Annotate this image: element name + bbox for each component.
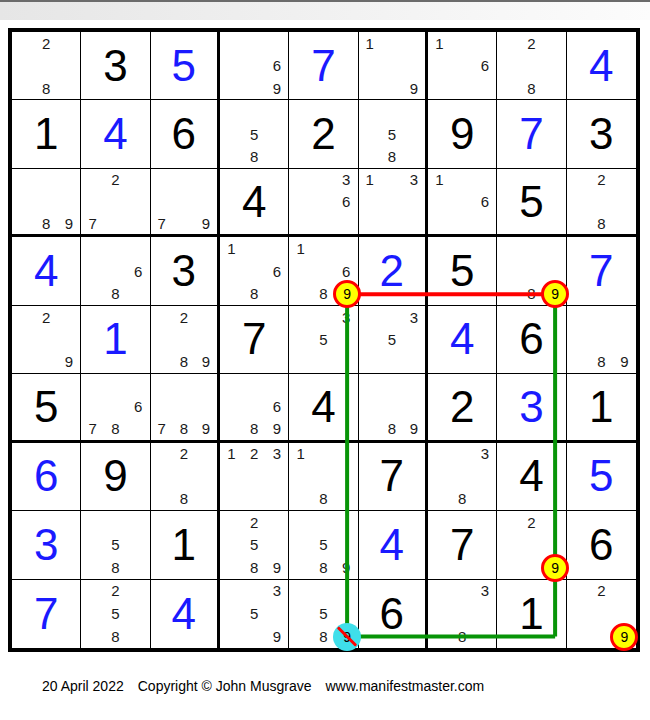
candidate-slot-5	[173, 396, 195, 418]
cell-r2c6[interactable]: 58	[359, 100, 428, 168]
cell-r6c4[interactable]: 689	[220, 374, 289, 442]
candidate-slot-1	[567, 306, 590, 328]
cell-r3c1[interactable]: 89	[12, 169, 81, 237]
cell-r8c1[interactable]: 3	[12, 511, 81, 579]
cell-r6c1[interactable]: 5	[12, 374, 81, 442]
candidate-slot-7: 7	[81, 213, 104, 235]
candidate-slot-3	[127, 237, 150, 259]
candidate-slot-5	[35, 54, 58, 76]
given-digit: 4	[519, 454, 543, 498]
candidate-slot-6	[543, 260, 566, 282]
candidate-slot-8	[520, 556, 543, 578]
candidate-slot-8	[381, 213, 403, 235]
candidate-slot-6: 6	[335, 191, 358, 213]
pencil-grid: 258	[81, 580, 149, 648]
candidate-slot-9	[474, 625, 497, 648]
cell-r7c1[interactable]: 6	[12, 443, 81, 511]
candidate-slot-3	[195, 169, 217, 191]
candidate-slot-3	[127, 511, 150, 533]
candidate-slot-2	[173, 169, 195, 191]
candidate-slot-1	[428, 443, 451, 465]
pencil-grid: 789	[151, 374, 217, 439]
solved-digit: 4	[380, 523, 404, 567]
candidate-slot-7	[12, 77, 35, 99]
cell-r5c5[interactable]: 35	[289, 306, 358, 374]
cell-r5c1[interactable]: 29	[12, 306, 81, 374]
cell-r4c7[interactable]: 5	[428, 237, 497, 305]
candidate-slot-7: 7	[81, 418, 104, 440]
candidate-slot-5	[173, 465, 195, 487]
candidate-slot-5	[173, 328, 195, 350]
candidate-slot-5	[451, 54, 474, 76]
cell-r8c5[interactable]: 589	[289, 511, 358, 579]
candidate-slot-4	[151, 328, 173, 350]
candidate-slot-3: 3	[335, 306, 358, 328]
cell-r8c8[interactable]: 2	[497, 511, 566, 579]
candidate-slot-9: 9	[403, 77, 425, 99]
cell-r4c5[interactable]: 168	[289, 237, 358, 305]
footer-date: 20 April 2022	[42, 678, 124, 694]
cell-r1c9[interactable]: 4	[567, 32, 636, 100]
candidate-slot-4	[220, 534, 243, 556]
candidate-slot-7	[567, 625, 590, 648]
candidate-slot-3	[335, 443, 358, 465]
candidate-slot-5	[104, 191, 127, 213]
given-digit: 9	[450, 112, 474, 156]
candidate-slot-4	[289, 328, 312, 350]
candidate-slot-2	[590, 306, 613, 328]
candidate-slot-2	[451, 32, 474, 54]
candidate-slot-1	[289, 169, 312, 191]
cell-r3c8[interactable]: 5	[497, 169, 566, 237]
given-digit: 2	[311, 112, 335, 156]
candidate-slot-4	[81, 260, 104, 282]
cell-r5c8[interactable]: 6	[497, 306, 566, 374]
cell-r8c7[interactable]: 7	[428, 511, 497, 579]
candidate-slot-4	[81, 534, 104, 556]
given-digit: 4	[311, 385, 335, 429]
candidate-slot-1: 1	[359, 169, 381, 191]
candidate-slot-6	[474, 465, 497, 487]
given-digit: 4	[242, 180, 266, 224]
solved-digit: 4	[589, 44, 613, 88]
candidate-slot-1	[567, 169, 590, 191]
candidate-slot-4	[289, 260, 312, 282]
candidate-slot-7	[220, 418, 243, 440]
candidate-slot-9	[474, 213, 497, 235]
given-digit: 6	[519, 317, 543, 361]
cell-r5c3[interactable]: 289	[151, 306, 220, 374]
candidate-slot-6	[543, 54, 566, 76]
candidate-slot-9: 9	[58, 351, 81, 373]
candidate-slot-5	[243, 260, 266, 282]
candidate-slot-4	[12, 328, 35, 350]
cell-r4c3[interactable]: 3	[151, 237, 220, 305]
cell-r1c4[interactable]: 69	[220, 32, 289, 100]
cell-r1c1[interactable]: 28	[12, 32, 81, 100]
cell-r3c9[interactable]: 28	[567, 169, 636, 237]
candidate-slot-2	[381, 32, 403, 54]
cell-r5c6[interactable]: 35	[359, 306, 428, 374]
cell-r9c9[interactable]: 2	[567, 580, 636, 648]
solved-digit: 5	[589, 454, 613, 498]
candidate-slot-3: 3	[403, 169, 425, 191]
pencil-grid: 35	[359, 306, 425, 373]
candidate-slot-5: 5	[381, 328, 403, 350]
candidate-slot-1	[81, 374, 104, 396]
candidate-slot-2	[312, 169, 335, 191]
cell-r5c7[interactable]: 4	[428, 306, 497, 374]
candidate-slot-4	[359, 396, 381, 418]
cell-r9c7[interactable]: 38	[428, 580, 497, 648]
cell-r9c4[interactable]: 359	[220, 580, 289, 648]
cell-r5c4[interactable]: 7	[220, 306, 289, 374]
candidate-slot-9	[543, 282, 566, 304]
candidate-slot-2	[381, 100, 403, 122]
candidate-slot-5	[451, 191, 474, 213]
pencil-grid: 58	[220, 100, 288, 167]
cell-r2c9[interactable]: 3	[567, 100, 636, 168]
cell-r7c2[interactable]: 9	[81, 443, 150, 511]
cell-r8c3[interactable]: 1	[151, 511, 220, 579]
candidate-slot-5	[104, 396, 127, 418]
candidate-slot-6: 6	[474, 54, 497, 76]
candidate-slot-3	[403, 374, 425, 396]
candidate-slot-1	[497, 237, 520, 259]
pencil-grid: 19	[359, 32, 425, 99]
candidate-slot-6: 6	[127, 260, 150, 282]
candidate-slot-2: 2	[243, 511, 266, 533]
cell-r3c2[interactable]: 27	[81, 169, 150, 237]
candidate-slot-3	[474, 32, 497, 54]
pencil-grid: 35	[289, 306, 357, 373]
candidate-slot-8: 8	[104, 625, 127, 648]
candidate-slot-2: 2	[173, 443, 195, 465]
cell-r6c6[interactable]: 89	[359, 374, 428, 442]
candidate-slot-7	[359, 418, 381, 440]
cell-r1c2[interactable]: 3	[81, 32, 150, 100]
cell-r4c1[interactable]: 4	[12, 237, 81, 305]
cell-r7c6[interactable]: 7	[359, 443, 428, 511]
candidate-slot-6	[58, 328, 81, 350]
pencil-grid: 8	[497, 237, 565, 304]
cell-r9c1[interactable]: 7	[12, 580, 81, 648]
candidate-slot-9	[543, 556, 566, 578]
solved-digit: 7	[34, 592, 58, 636]
candidate-slot-1: 1	[220, 443, 243, 465]
candidate-slot-4	[81, 191, 104, 213]
candidate-slot-8	[451, 77, 474, 99]
candidate-slot-3	[127, 374, 150, 396]
cell-r7c7[interactable]: 38	[428, 443, 497, 511]
candidate-slot-7	[359, 351, 381, 373]
candidate-slot-6	[403, 191, 425, 213]
candidate-slot-9	[127, 418, 150, 440]
solved-digit: 3	[34, 523, 58, 567]
candidate-slot-6	[613, 328, 636, 350]
candidate-slot-5: 5	[312, 534, 335, 556]
cell-r2c2[interactable]: 4	[81, 100, 150, 168]
cell-r1c7[interactable]: 16	[428, 32, 497, 100]
candidate-slot-1	[497, 32, 520, 54]
candidate-slot-9	[127, 625, 150, 648]
pencil-grid: 89	[12, 169, 80, 234]
candidate-slot-7	[220, 488, 243, 510]
candidate-slot-1	[289, 511, 312, 533]
candidate-slot-7	[289, 625, 312, 648]
candidate-slot-5	[243, 396, 266, 418]
candidate-slot-5: 5	[312, 328, 335, 350]
candidate-slot-1	[567, 580, 590, 603]
pencil-grid: 89	[359, 374, 425, 439]
cell-r7c4[interactable]: 123	[220, 443, 289, 511]
cell-r8c2[interactable]: 58	[81, 511, 150, 579]
candidate-slot-5: 5	[104, 534, 127, 556]
candidate-slot-2: 2	[520, 511, 543, 533]
cell-r7c8[interactable]: 4	[497, 443, 566, 511]
cell-r7c9[interactable]: 5	[567, 443, 636, 511]
cell-r4c4[interactable]: 168	[220, 237, 289, 305]
candidate-slot-8	[451, 213, 474, 235]
cell-r5c9[interactable]: 89	[567, 306, 636, 374]
cell-r2c7[interactable]: 9	[428, 100, 497, 168]
cell-r3c5[interactable]: 36	[289, 169, 358, 237]
candidate-slot-2	[312, 237, 335, 259]
candidate-slot-3	[127, 580, 150, 603]
given-digit: 2	[450, 385, 474, 429]
candidate-slot-9: 9	[266, 77, 289, 99]
cell-r9c2[interactable]: 258	[81, 580, 150, 648]
candidate-slot-6	[266, 123, 289, 145]
candidate-slot-8	[243, 77, 266, 99]
candidate-slot-1	[220, 100, 243, 122]
cell-r3c6[interactable]: 13	[359, 169, 428, 237]
pencil-grid: 36	[289, 169, 357, 234]
candidate-slot-4	[220, 54, 243, 76]
cell-r5c2[interactable]: 1	[81, 306, 150, 374]
candidate-slot-9	[266, 488, 289, 510]
candidate-slot-4	[220, 396, 243, 418]
candidate-slot-2	[451, 169, 474, 191]
candidate-slot-1	[151, 443, 173, 465]
candidate-slot-6: 6	[266, 396, 289, 418]
candidate-slot-2	[381, 169, 403, 191]
cell-r6c9[interactable]: 1	[567, 374, 636, 442]
cell-r3c7[interactable]: 16	[428, 169, 497, 237]
cell-r3c4[interactable]: 4	[220, 169, 289, 237]
candidate-slot-7	[151, 351, 173, 373]
candidate-slot-2: 2	[104, 580, 127, 603]
candidate-slot-7	[289, 282, 312, 304]
candidate-slot-8	[381, 77, 403, 99]
candidate-slot-5	[451, 465, 474, 487]
cell-r2c5[interactable]: 2	[289, 100, 358, 168]
candidate-slot-7	[359, 213, 381, 235]
candidate-slot-6	[613, 602, 636, 625]
cell-r9c6[interactable]: 6	[359, 580, 428, 648]
cell-r6c2[interactable]: 678	[81, 374, 150, 442]
candidate-slot-8: 8	[173, 351, 195, 373]
candidate-slot-5	[35, 191, 58, 213]
candidate-slot-6: 6	[127, 396, 150, 418]
candidate-slot-8: 8	[173, 418, 195, 440]
candidate-slot-7	[220, 556, 243, 578]
pencil-grid: 2589	[220, 511, 288, 578]
given-digit: 1	[589, 385, 613, 429]
candidate-slot-7	[497, 282, 520, 304]
candidate-slot-5	[590, 191, 613, 213]
candidate-slot-5	[520, 534, 543, 556]
cell-r6c3[interactable]: 789	[151, 374, 220, 442]
candidate-slot-4	[567, 328, 590, 350]
candidate-slot-6	[403, 328, 425, 350]
candidate-slot-4	[359, 54, 381, 76]
candidate-slot-3: 3	[266, 443, 289, 465]
cell-r8c4[interactable]: 2589	[220, 511, 289, 579]
pencil-grid: 28	[12, 32, 80, 99]
candidate-slot-8: 8	[243, 556, 266, 578]
candidate-slot-9	[335, 351, 358, 373]
candidate-slot-8	[35, 351, 58, 373]
given-digit: 3	[103, 44, 127, 88]
cell-r6c7[interactable]: 2	[428, 374, 497, 442]
candidate-slot-4	[220, 602, 243, 625]
cell-r4c9[interactable]: 7	[567, 237, 636, 305]
candidate-slot-3	[266, 237, 289, 259]
candidate-slot-1	[497, 511, 520, 533]
candidate-slot-5	[312, 465, 335, 487]
cell-r8c6[interactable]: 4	[359, 511, 428, 579]
candidate-slot-7	[497, 556, 520, 578]
cell-r7c3[interactable]: 28	[151, 443, 220, 511]
candidate-slot-7	[567, 213, 590, 235]
solved-digit: 1	[103, 317, 127, 361]
candidate-slot-3	[543, 237, 566, 259]
candidate-slot-6: 6	[266, 260, 289, 282]
candidate-slot-7	[220, 77, 243, 99]
candidate-slot-9	[403, 145, 425, 167]
candidate-slot-4	[12, 191, 35, 213]
cell-r2c1[interactable]: 1	[12, 100, 81, 168]
candidate-slot-3	[195, 443, 217, 465]
pencil-grid: 168	[289, 237, 357, 304]
cell-r9c3[interactable]: 4	[151, 580, 220, 648]
cell-r8c9[interactable]: 6	[567, 511, 636, 579]
candidate-slot-3	[266, 100, 289, 122]
candidate-slot-8: 8	[451, 488, 474, 510]
candidate-slot-9: 9	[195, 213, 217, 235]
candidate-slot-6	[266, 602, 289, 625]
candidate-slot-9	[335, 213, 358, 235]
candidate-slot-5	[243, 54, 266, 76]
candidate-slot-8: 8	[451, 625, 474, 648]
cell-r1c6[interactable]: 19	[359, 32, 428, 100]
cell-r2c8[interactable]: 7	[497, 100, 566, 168]
candidate-slot-8: 8	[312, 282, 335, 304]
candidate-slot-1	[220, 32, 243, 54]
candidate-slot-1	[289, 580, 312, 603]
cell-r6c5[interactable]: 4	[289, 374, 358, 442]
given-digit: 6	[589, 523, 613, 567]
candidate-slot-8	[590, 625, 613, 648]
candidate-slot-7	[428, 488, 451, 510]
cell-r3c3[interactable]: 79	[151, 169, 220, 237]
cell-r4c2[interactable]: 68	[81, 237, 150, 305]
cell-r6c8[interactable]: 3	[497, 374, 566, 442]
candidate-slot-4	[151, 465, 173, 487]
pencil-grid: 16	[428, 169, 496, 234]
candidate-slot-4	[359, 123, 381, 145]
cell-r9c5[interactable]: 58	[289, 580, 358, 648]
candidate-slot-4	[289, 191, 312, 213]
candidate-slot-7	[12, 351, 35, 373]
candidate-slot-5	[312, 191, 335, 213]
candidate-slot-5: 5	[243, 602, 266, 625]
candidate-slot-9	[127, 282, 150, 304]
candidate-slot-6	[335, 465, 358, 487]
candidate-slot-8	[104, 213, 127, 235]
pencil-grid: 38	[428, 580, 496, 648]
candidate-slot-2	[173, 374, 195, 396]
candidate-slot-1	[81, 580, 104, 603]
sudoku-board: 2835697191628414658258973892779436131652…	[8, 28, 640, 652]
candidate-slot-1	[220, 374, 243, 396]
candidate-slot-5	[520, 260, 543, 282]
given-digit: 1	[34, 112, 58, 156]
given-digit: 5	[450, 249, 474, 293]
candidate-slot-6	[127, 534, 150, 556]
candidate-slot-3	[58, 306, 81, 328]
pencil-grid: 2	[497, 511, 565, 578]
given-digit: 1	[519, 592, 543, 636]
candidate-slot-1	[359, 100, 381, 122]
candidate-slot-4	[497, 534, 520, 556]
candidate-slot-7	[220, 282, 243, 304]
cell-r1c5[interactable]: 7	[289, 32, 358, 100]
candidate-slot-4	[428, 191, 451, 213]
candidate-slot-4	[289, 534, 312, 556]
candidate-slot-8	[243, 625, 266, 648]
candidate-slot-1	[151, 374, 173, 396]
candidate-slot-5	[381, 396, 403, 418]
candidate-slot-7: 7	[151, 418, 173, 440]
candidate-slot-3	[613, 580, 636, 603]
cell-r1c8[interactable]: 28	[497, 32, 566, 100]
pencil-grid: 79	[151, 169, 217, 234]
candidate-slot-4	[81, 602, 104, 625]
cell-r2c3[interactable]: 6	[151, 100, 220, 168]
candidate-slot-9: 9	[195, 351, 217, 373]
cell-r4c8[interactable]: 8	[497, 237, 566, 305]
cell-r7c5[interactable]: 18	[289, 443, 358, 511]
cell-r2c4[interactable]: 58	[220, 100, 289, 168]
candidate-slot-7	[289, 213, 312, 235]
candidate-slot-1: 1	[289, 443, 312, 465]
solved-digit: 5	[172, 44, 196, 88]
candidate-slot-9	[474, 488, 497, 510]
candidate-slot-1	[151, 306, 173, 328]
candidate-slot-8: 8	[312, 488, 335, 510]
candidate-slot-3	[335, 511, 358, 533]
cell-r1c3[interactable]: 5	[151, 32, 220, 100]
candidate-slot-5	[104, 260, 127, 282]
cell-r9c8[interactable]: 1	[497, 580, 566, 648]
cell-r4c6[interactable]: 2	[359, 237, 428, 305]
solved-digit: 2	[380, 249, 404, 293]
candidate-slot-1	[220, 580, 243, 603]
candidate-slot-3	[266, 374, 289, 396]
candidate-slot-7	[151, 488, 173, 510]
